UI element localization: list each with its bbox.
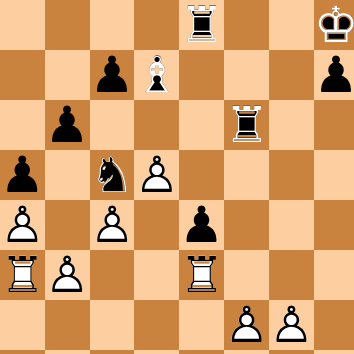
square-c1[interactable] (90, 350, 135, 354)
square-d8[interactable] (134, 0, 179, 50)
square-g4[interactable] (269, 200, 314, 250)
white-pawn-icon: ♟ (134, 150, 179, 200)
square-d6[interactable] (134, 100, 179, 150)
black-pawn-icon: ♟ (90, 50, 135, 100)
square-h7[interactable]: ♟ (314, 50, 354, 100)
square-f5[interactable] (224, 150, 269, 200)
square-c7[interactable]: ♟ (90, 50, 135, 100)
black-knight-detail-icon: ♘ (90, 150, 135, 200)
square-a7[interactable] (0, 50, 45, 100)
square-f7[interactable] (224, 50, 269, 100)
square-c2[interactable] (90, 300, 135, 350)
square-h8[interactable]: ♚♔ (314, 0, 354, 50)
square-e8[interactable]: ♜♖ (179, 0, 224, 50)
square-e7[interactable] (179, 50, 224, 100)
square-f8[interactable] (224, 0, 269, 50)
square-b3[interactable]: ♟♙ (45, 250, 90, 300)
white-rook-icon: ♜ (179, 250, 224, 300)
black-bishop-icon: ♝ (134, 50, 179, 100)
square-g7[interactable] (269, 50, 314, 100)
square-h1[interactable] (314, 350, 354, 354)
square-h2[interactable] (314, 300, 354, 350)
white-pawn-detail-icon: ♙ (224, 300, 269, 350)
square-e1[interactable] (179, 350, 224, 354)
white-bishop-detail-icon: ♗ (224, 350, 269, 354)
square-e5[interactable] (179, 150, 224, 200)
square-g2[interactable]: ♟♙ (269, 300, 314, 350)
square-f6[interactable]: ♜♖ (224, 100, 269, 150)
square-e4[interactable]: ♟ (179, 200, 224, 250)
square-c6[interactable] (90, 100, 135, 150)
square-g6[interactable] (269, 100, 314, 150)
white-pawn-icon: ♟ (90, 200, 135, 250)
white-rook-detail-icon: ♖ (0, 250, 45, 300)
white-pawn-detail-icon: ♙ (0, 200, 45, 250)
black-rook-icon: ♜ (224, 100, 269, 150)
white-rook-icon: ♜ (0, 250, 45, 300)
square-b1[interactable] (45, 350, 90, 354)
black-king-detail-icon: ♔ (314, 0, 354, 50)
square-e6[interactable] (179, 100, 224, 150)
black-king-icon: ♚ (314, 0, 354, 50)
black-knight-icon: ♞ (90, 150, 135, 200)
square-d1[interactable] (134, 350, 179, 354)
black-bishop-detail-icon: ♗ (134, 50, 179, 100)
white-pawn-detail-icon: ♙ (90, 200, 135, 250)
white-pawn-icon: ♟ (45, 250, 90, 300)
square-c3[interactable] (90, 250, 135, 300)
white-pawn-detail-icon: ♙ (269, 300, 314, 350)
white-pawn-icon: ♟ (0, 200, 45, 250)
square-a1[interactable] (0, 350, 45, 354)
white-king-detail-icon: ♔ (269, 350, 314, 354)
black-pawn-icon: ♟ (0, 150, 45, 200)
square-b2[interactable] (45, 300, 90, 350)
black-pawn-icon: ♟ (179, 200, 224, 250)
square-f2[interactable]: ♟♙ (224, 300, 269, 350)
square-b6[interactable]: ♟ (45, 100, 90, 150)
square-c8[interactable] (90, 0, 135, 50)
chess-board: ♜♖♚♔♟♝♗♟♟♜♖♟♞♘♟♙♟♙♟♙♟♜♖♟♙♜♖♟♙♟♙♝♗♚♔ (0, 0, 354, 354)
square-d5[interactable]: ♟♙ (134, 150, 179, 200)
square-b7[interactable] (45, 50, 90, 100)
square-d7[interactable]: ♝♗ (134, 50, 179, 100)
square-g1[interactable]: ♚♔ (269, 350, 314, 354)
white-pawn-icon: ♟ (224, 300, 269, 350)
black-pawn-icon: ♟ (45, 100, 90, 150)
square-d2[interactable] (134, 300, 179, 350)
white-pawn-icon: ♟ (269, 300, 314, 350)
square-h3[interactable] (314, 250, 354, 300)
square-b5[interactable] (45, 150, 90, 200)
square-d4[interactable] (134, 200, 179, 250)
white-rook-detail-icon: ♖ (179, 250, 224, 300)
white-bishop-icon: ♝ (224, 350, 269, 354)
black-rook-detail-icon: ♖ (224, 100, 269, 150)
square-h5[interactable] (314, 150, 354, 200)
square-a6[interactable] (0, 100, 45, 150)
black-pawn-icon: ♟ (314, 50, 354, 100)
white-pawn-detail-icon: ♙ (134, 150, 179, 200)
square-a3[interactable]: ♜♖ (0, 250, 45, 300)
square-c4[interactable]: ♟♙ (90, 200, 135, 250)
square-h4[interactable] (314, 200, 354, 250)
square-a4[interactable]: ♟♙ (0, 200, 45, 250)
square-f3[interactable] (224, 250, 269, 300)
square-e3[interactable]: ♜♖ (179, 250, 224, 300)
square-g8[interactable] (269, 0, 314, 50)
square-c5[interactable]: ♞♘ (90, 150, 135, 200)
square-a8[interactable] (0, 0, 45, 50)
square-f4[interactable] (224, 200, 269, 250)
square-d3[interactable] (134, 250, 179, 300)
black-rook-icon: ♜ (179, 0, 224, 50)
white-pawn-detail-icon: ♙ (45, 250, 90, 300)
square-h6[interactable] (314, 100, 354, 150)
black-rook-detail-icon: ♖ (179, 0, 224, 50)
square-b8[interactable] (45, 0, 90, 50)
square-a5[interactable]: ♟ (0, 150, 45, 200)
white-king-icon: ♚ (269, 350, 314, 354)
square-a2[interactable] (0, 300, 45, 350)
square-e2[interactable] (179, 300, 224, 350)
square-f1[interactable]: ♝♗ (224, 350, 269, 354)
square-g3[interactable] (269, 250, 314, 300)
square-g5[interactable] (269, 150, 314, 200)
square-b4[interactable] (45, 200, 90, 250)
